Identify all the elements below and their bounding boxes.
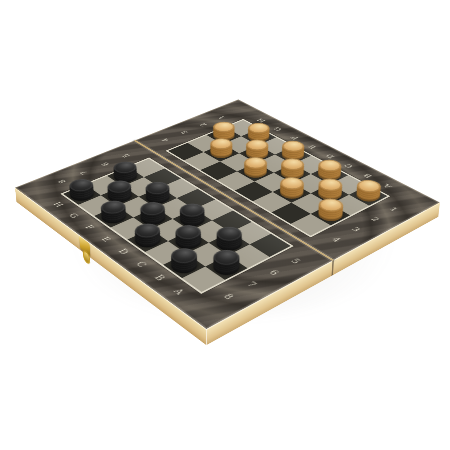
board-3d: HHGGFFEEDDCCBBAA1122334455667788 xyxy=(15,100,440,330)
product-photo-scene: HHGGFFEEDDCCBBAA1122334455667788 xyxy=(0,0,450,450)
checker-black-h8 xyxy=(66,186,98,203)
